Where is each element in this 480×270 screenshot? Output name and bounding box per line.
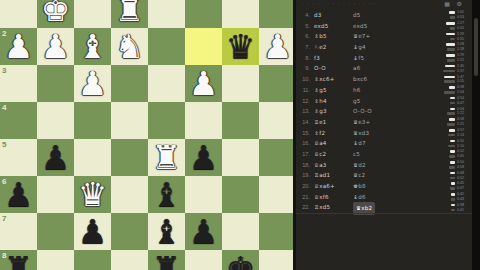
move-clocks: 1:471:55 (424, 74, 464, 85)
move-number: 18. (300, 160, 310, 171)
black-rook[interactable]: ♜ (0, 250, 37, 270)
move-list: 4.d3d51:010:535.exd5exd51:270:526.♗b5♛e7… (296, 10, 472, 213)
clock-time: 0:58 (457, 165, 464, 170)
move-number: 12. (300, 96, 310, 107)
rank-label-5: 5 (2, 140, 6, 149)
clock-time: 0:57 (457, 128, 464, 133)
square-f4[interactable] (74, 102, 111, 139)
clock-bar (450, 97, 455, 100)
clock-bar (449, 166, 455, 169)
move-row-13: 13.♗g3O-O-O0:541:22 (296, 106, 472, 117)
square-b6[interactable] (222, 176, 259, 213)
black-pawn[interactable]: ♟ (185, 213, 222, 250)
clock-bar (444, 76, 455, 79)
move-row-16: 16.♕a4♝d70:551:10 (296, 138, 472, 149)
settings-gear-icon[interactable]: ⚙ (457, 0, 462, 7)
square-d2[interactable] (148, 28, 185, 65)
clock-bar (450, 38, 456, 41)
move-row-12: 12.♗h4g50:540:47 (296, 96, 472, 107)
clock-time: 0:38 (457, 203, 464, 208)
clock-time: 1:28 (457, 42, 464, 47)
clock-bar (447, 48, 455, 51)
black-pawn[interactable]: ♟ (37, 139, 74, 176)
white-pawn[interactable]: ♟ (37, 28, 74, 65)
square-c1[interactable] (185, 0, 222, 28)
clock-bar (450, 27, 455, 30)
white-pawn[interactable]: ♟ (185, 65, 222, 102)
black-move[interactable]: ♛xd3 (353, 128, 369, 139)
clock-time: 0:52 (457, 26, 464, 31)
clock-time: 0:50 (457, 160, 464, 165)
clock-time: 1:21 (457, 122, 464, 127)
black-move[interactable]: ♚b8 (353, 181, 366, 192)
square-c2[interactable] (185, 28, 222, 65)
move-number: 4. (300, 10, 310, 21)
clock-time: 1:18 (457, 47, 464, 52)
clock-bar (451, 193, 455, 196)
rank-label-4: 4 (2, 103, 6, 112)
white-queen[interactable]: ♛ (74, 176, 111, 213)
black-move[interactable]: exd5 (353, 21, 368, 32)
white-move[interactable]: ♕c2 (314, 149, 326, 160)
white-move[interactable]: ♕xa6+ (314, 181, 335, 192)
move-clocks: 0:581:54 (424, 85, 464, 96)
clock-time: 0:53 (457, 15, 464, 20)
clock-time: 0:52 (457, 176, 464, 181)
move-clocks: 0:480:52 (424, 170, 464, 181)
clock-bar (450, 172, 455, 175)
move-clocks: 0:541:22 (424, 106, 464, 117)
clock-time: 1:29 (457, 32, 464, 37)
clock-time: 1:57 (457, 69, 464, 74)
move-number: 5. (300, 21, 310, 32)
clock-bar (446, 22, 455, 25)
square-a5[interactable] (259, 139, 296, 176)
move-number: 6. (300, 31, 310, 42)
square-e6[interactable] (111, 176, 148, 213)
move-clocks: 0:500:58 (424, 160, 464, 171)
square-a7[interactable] (259, 213, 296, 250)
square-f1[interactable] (74, 0, 111, 28)
square-a1[interactable] (259, 0, 296, 28)
square-h8[interactable]: 8♜ (0, 250, 37, 270)
white-move[interactable]: ♗xc6+ (314, 74, 335, 85)
clock-bar (447, 59, 455, 62)
square-b4[interactable] (222, 102, 259, 139)
square-c5[interactable]: ♟ (185, 139, 222, 176)
clock-bar (446, 54, 455, 57)
square-a8[interactable] (259, 250, 296, 270)
black-pawn[interactable]: ♟ (74, 213, 111, 250)
black-bishop[interactable]: ♝ (148, 176, 185, 213)
white-move[interactable]: f3 (314, 53, 320, 64)
black-king[interactable]: ♚ (222, 250, 259, 270)
square-c6[interactable] (185, 176, 222, 213)
move-list-header: · · · · · · · · · · · · · · · (302, 1, 422, 6)
clock-time: 0:43 (457, 197, 464, 202)
move-clocks: 1:291:22 (424, 53, 464, 64)
black-move[interactable]: ♝g4 (353, 42, 366, 53)
move-row-4: 4.d3d51:010:53 (296, 10, 472, 21)
move-number: 20. (300, 181, 310, 192)
square-e5[interactable] (111, 139, 148, 176)
black-move[interactable]: d5 (353, 10, 361, 21)
clock-bar (447, 123, 455, 126)
square-g5[interactable]: ♟ (37, 139, 74, 176)
move-row-18: 18.♕a3♛d20:500:58 (296, 160, 472, 171)
clock-bar (444, 80, 456, 83)
clock-time: 1:54 (457, 90, 464, 95)
white-move[interactable]: ♗f2 (314, 128, 325, 139)
clock-bar (449, 155, 456, 158)
scrollbar-thumb[interactable] (474, 18, 478, 76)
square-g8[interactable] (37, 250, 74, 270)
white-move[interactable]: ♖e1 (314, 117, 327, 128)
white-move[interactable]: O-O (314, 63, 326, 74)
square-e7[interactable] (111, 213, 148, 250)
square-h7[interactable]: 7 (0, 213, 37, 250)
square-d5[interactable]: ♜ (148, 139, 185, 176)
square-a4[interactable] (259, 102, 296, 139)
square-e2[interactable]: ♞ (111, 28, 148, 65)
clock-time: 0:45 (457, 181, 464, 186)
white-move[interactable]: ♗g5 (314, 85, 327, 96)
square-b5[interactable] (222, 139, 259, 176)
square-b1[interactable] (222, 0, 259, 28)
chess-board[interactable]: ♚♜2♟♟♝♞♛♟3♟♟45♟♜♟6♟♛♝7♟♝♟8♜♜♚ (0, 0, 296, 270)
square-a3[interactable] (259, 65, 296, 102)
clock-bar (443, 70, 455, 73)
square-f3[interactable]: ♟ (74, 65, 111, 102)
move-clocks: 0:540:47 (424, 96, 464, 107)
clock-time: 0:52 (457, 149, 464, 154)
clock-bar (449, 11, 455, 14)
clock-bar (448, 145, 455, 148)
black-move[interactable]: O-O-O (353, 106, 372, 117)
move-row-11: 11.♗g5h60:581:54 (296, 85, 472, 96)
square-c8[interactable] (185, 250, 222, 270)
move-row-20: 20.♕xa6+♚b80:450:47 (296, 181, 472, 192)
clock-bar (449, 118, 455, 121)
black-move[interactable]: bxc6 (353, 74, 367, 85)
clock-bar (446, 43, 455, 46)
clock-bar (444, 91, 455, 94)
white-bishop[interactable]: ♝ (74, 28, 111, 65)
black-move[interactable]: ♛e3+ (353, 117, 371, 128)
clock-time: 0:41 (457, 192, 464, 197)
clock-time: 0:55 (457, 139, 464, 144)
white-move[interactable]: ♖xd5 (314, 202, 330, 213)
clock-time: 1:14 (457, 133, 464, 138)
white-move[interactable]: ♗b5 (314, 31, 327, 42)
clock-time: 1:55 (457, 79, 464, 84)
clock-bar (445, 65, 456, 68)
clock-time: 0:54 (457, 107, 464, 112)
white-pawn[interactable]: ♟ (74, 65, 111, 102)
clock-time: 1:45 (457, 64, 464, 69)
clock-bar (446, 33, 455, 36)
clock-bar (448, 134, 455, 137)
move-row-9: 9.O-Oa61:451:57 (296, 63, 472, 74)
black-pawn[interactable]: ♟ (185, 139, 222, 176)
rank-label-3: 3 (2, 66, 6, 75)
square-e3[interactable] (111, 65, 148, 102)
white-rook[interactable]: ♜ (148, 139, 185, 176)
square-f8[interactable] (74, 250, 111, 270)
white-move[interactable]: d3 (314, 10, 322, 21)
analysis-board-icon[interactable]: ▦ (444, 0, 450, 7)
black-move[interactable]: ♛c2 (353, 170, 365, 181)
square-a2[interactable]: ♟ (259, 28, 296, 65)
move-row-5: 5.exd5exd51:270:52 (296, 21, 472, 32)
move-number: 8. (300, 53, 310, 64)
move-number: 13. (300, 106, 310, 117)
move-clocks: 0:521:05 (424, 149, 464, 160)
clock-time: 1:27 (457, 21, 464, 26)
move-clocks: 0:380:41 (424, 202, 464, 213)
clock-bar (450, 16, 455, 19)
square-g2[interactable]: ♟ (37, 28, 74, 65)
clock-time: 0:54 (457, 96, 464, 101)
white-knight[interactable]: ♞ (111, 28, 148, 65)
clock-bar (451, 198, 455, 201)
white-rook[interactable]: ♜ (111, 0, 148, 28)
move-number: 15. (300, 128, 310, 139)
square-c7[interactable]: ♟ (185, 213, 222, 250)
black-move[interactable]: h6 (353, 85, 361, 96)
clock-time: 0:48 (457, 171, 464, 176)
square-d6[interactable]: ♝ (148, 176, 185, 213)
square-g4[interactable] (37, 102, 74, 139)
clock-bar (450, 187, 455, 190)
move-row-8: 8.f3♝f51:291:22 (296, 53, 472, 64)
clock-time: 0:47 (457, 101, 464, 106)
move-clocks: 1:010:53 (424, 10, 464, 21)
square-g1[interactable]: ♚ (37, 0, 74, 28)
square-e1[interactable]: ♜ (111, 0, 148, 28)
move-number: 17. (300, 149, 310, 160)
white-move[interactable]: ♕a3 (314, 160, 327, 171)
square-b3[interactable] (222, 65, 259, 102)
move-number: 10. (300, 74, 310, 85)
clock-time: 0:41 (457, 208, 464, 213)
black-pawn[interactable]: ♟ (0, 176, 37, 213)
black-move[interactable]: g5 (353, 96, 361, 107)
move-number: 19. (300, 170, 310, 181)
move-clocks: 1:451:57 (424, 63, 464, 74)
square-c3[interactable]: ♟ (185, 65, 222, 102)
square-d3[interactable] (148, 65, 185, 102)
square-g7[interactable] (37, 213, 74, 250)
white-move[interactable]: ♕a4 (314, 138, 327, 149)
black-move[interactable]: ♝d6 (353, 192, 366, 203)
square-h2[interactable]: 2♟ (0, 28, 37, 65)
clock-bar (449, 129, 455, 132)
white-move[interactable]: ♕xf6 (314, 192, 329, 203)
clock-bar (451, 182, 456, 185)
move-clocks: 0:551:10 (424, 138, 464, 149)
move-number: 7. (300, 42, 310, 53)
move-clocks: 0:450:47 (424, 181, 464, 192)
black-bishop[interactable]: ♝ (148, 213, 185, 250)
move-clocks: 1:270:52 (424, 21, 464, 32)
clock-time: 0:47 (457, 186, 464, 191)
square-h4[interactable]: 4 (0, 102, 37, 139)
move-clocks: 0:410:43 (424, 192, 464, 203)
move-row-10: 10.♗xc6+bxc61:471:55 (296, 74, 472, 85)
square-b8[interactable]: ♚ (222, 250, 259, 270)
move-number: 14. (300, 117, 310, 128)
white-move[interactable]: ♘e2 (314, 42, 327, 53)
clock-bar (449, 86, 455, 89)
clock-time: 1:22 (457, 58, 464, 63)
square-d8[interactable]: ♜ (148, 250, 185, 270)
move-number: 22. (300, 202, 310, 213)
move-row-6: 6.♗b5♛e7+1:290:55 (296, 31, 472, 42)
move-row-17: 17.♕c2c50:521:05 (296, 149, 472, 160)
rank-label-7: 7 (2, 214, 6, 223)
move-clocks: 0:581:21 (424, 117, 464, 128)
clock-bar (451, 209, 455, 212)
clock-bar (450, 150, 455, 153)
square-b2[interactable]: ♛ (222, 28, 259, 65)
clock-bar (450, 102, 455, 105)
square-f7[interactable]: ♟ (74, 213, 111, 250)
sidebar: · · · · · · · · · · · · · · · ▦ ⚙ 4.d3d5… (296, 0, 472, 270)
clock-bar (450, 161, 455, 164)
square-d4[interactable] (148, 102, 185, 139)
clock-time: 0:55 (457, 37, 464, 42)
clock-time: 1:47 (457, 75, 464, 80)
square-a6[interactable] (259, 176, 296, 213)
divider (296, 213, 472, 214)
square-e8[interactable] (111, 250, 148, 270)
move-clocks: 0:571:14 (424, 128, 464, 139)
square-g6[interactable] (37, 176, 74, 213)
square-h6[interactable]: 6♟ (0, 176, 37, 213)
move-number: 9. (300, 63, 310, 74)
white-king[interactable]: ♚ (37, 0, 74, 28)
black-rook[interactable]: ♜ (148, 250, 185, 270)
black-move[interactable]: ♝f5 (353, 53, 364, 64)
white-pawn[interactable]: ♟ (0, 28, 37, 65)
move-row-19: 19.♖ad1♛c20:480:52 (296, 170, 472, 181)
move-number: 16. (300, 138, 310, 149)
square-f5[interactable] (74, 139, 111, 176)
black-move[interactable]: ♛d2 (353, 160, 366, 171)
black-move[interactable]: a6 (353, 63, 360, 74)
clock-time: 1:29 (457, 53, 464, 58)
square-f2[interactable]: ♝ (74, 28, 111, 65)
clock-bar (450, 108, 455, 111)
square-h3[interactable]: 3 (0, 65, 37, 102)
white-move[interactable]: ♖ad1 (314, 170, 330, 181)
square-c4[interactable] (185, 102, 222, 139)
white-move[interactable]: ♗g3 (314, 106, 327, 117)
move-row-15: 15.♗f2♛xd30:571:14 (296, 128, 472, 139)
move-row-14: 14.♖e1♛e3+0:581:21 (296, 117, 472, 128)
clock-time: 1:22 (457, 111, 464, 116)
clock-time: 1:10 (457, 144, 464, 149)
black-move[interactable]: c5 (353, 149, 360, 160)
black-queen[interactable]: ♛ (222, 28, 259, 65)
clock-bar (447, 112, 455, 115)
white-move[interactable]: exd5 (314, 21, 329, 32)
white-pawn[interactable]: ♟ (259, 28, 296, 65)
move-row-22: 22.♖xd5♛xb20:380:41 (296, 202, 472, 213)
square-f6[interactable]: ♛ (74, 176, 111, 213)
clock-bar (450, 140, 456, 143)
clock-time: 1:05 (457, 154, 464, 159)
white-move[interactable]: ♗h4 (314, 96, 327, 107)
black-move[interactable]: ♛e7+ (353, 31, 371, 42)
square-d1[interactable] (148, 0, 185, 28)
square-d7[interactable]: ♝ (148, 213, 185, 250)
square-h5[interactable]: 5 (0, 139, 37, 176)
move-row-7: 7.♘e2♝g41:281:18 (296, 42, 472, 53)
square-g3[interactable] (37, 65, 74, 102)
square-e4[interactable] (111, 102, 148, 139)
clock-time: 0:58 (457, 117, 464, 122)
move-number: 11. (300, 85, 310, 96)
move-row-21: 21.♕xf6♝d60:410:43 (296, 192, 472, 203)
move-number: 21. (300, 192, 310, 203)
square-b7[interactable] (222, 213, 259, 250)
move-clocks: 1:290:55 (424, 31, 464, 42)
clock-time: 1:01 (457, 10, 464, 15)
clock-bar (450, 177, 455, 180)
clock-time: 0:58 (457, 85, 464, 90)
move-clocks: 1:281:18 (424, 42, 464, 53)
square-h1[interactable] (0, 0, 37, 28)
clock-bar (451, 204, 455, 207)
black-move[interactable]: ♝d7 (353, 138, 366, 149)
